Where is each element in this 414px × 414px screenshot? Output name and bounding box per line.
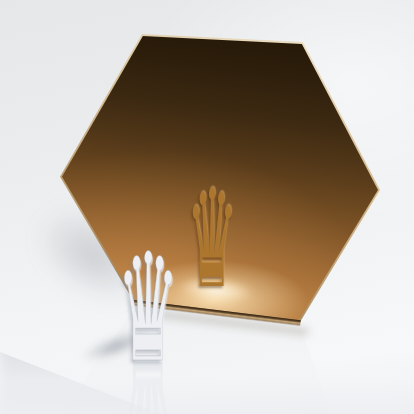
table-sheen-overlay [0, 352, 414, 414]
white-queen-piece: ♛ [116, 233, 179, 383]
golden-queen-reflection-piece: ♛ [187, 172, 238, 307]
chess-mirror-photo: ♛ ♛ ♛ [0, 0, 414, 414]
